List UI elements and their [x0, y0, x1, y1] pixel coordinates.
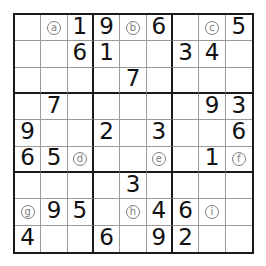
cell-r6c7[interactable]	[173, 147, 199, 173]
given-digit: 6	[73, 41, 88, 64]
cell-r6c1[interactable]: 6	[15, 147, 41, 173]
given-digit: 4	[152, 199, 167, 222]
circled-label-c: c	[205, 21, 219, 35]
cell-r7c3[interactable]	[68, 173, 94, 199]
given-digit: 9	[20, 120, 35, 143]
given-digit: 3	[126, 173, 141, 196]
cell-r3c8[interactable]	[199, 68, 225, 94]
given-digit: 6	[232, 120, 247, 143]
given-digit: 6	[99, 226, 114, 249]
circled-label-d: d	[73, 152, 87, 166]
cell-r6c4[interactable]	[94, 147, 120, 173]
cell-r2c4[interactable]: 1	[94, 41, 120, 67]
given-digit: 1	[205, 146, 220, 169]
cell-r7c2[interactable]	[41, 173, 67, 199]
cell-r5c9[interactable]: 6	[226, 120, 252, 146]
given-digit: 9	[47, 199, 62, 222]
cell-r7c5[interactable]: 3	[120, 173, 146, 199]
cell-r8c9[interactable]	[226, 199, 252, 225]
cell-r1c2[interactable]: a	[41, 15, 67, 41]
cell-r6c3[interactable]: d	[68, 147, 94, 173]
cell-r2c3[interactable]: 6	[68, 41, 94, 67]
cell-r5c4[interactable]: 2	[94, 120, 120, 146]
cell-r7c8[interactable]	[199, 173, 225, 199]
given-digit: 5	[232, 15, 247, 38]
given-digit: 9	[99, 15, 114, 38]
cell-r9c8[interactable]	[199, 226, 225, 252]
circled-label-b: b	[126, 21, 140, 35]
cell-r5c5[interactable]	[120, 120, 146, 146]
given-digit: 3	[232, 94, 247, 117]
cell-r7c6[interactable]	[147, 173, 173, 199]
cell-r3c3[interactable]	[68, 68, 94, 94]
cell-r2c7[interactable]: 3	[173, 41, 199, 67]
cell-r3c2[interactable]	[41, 68, 67, 94]
cell-r9c9[interactable]	[226, 226, 252, 252]
given-digit: 4	[20, 226, 35, 249]
cell-r4c1[interactable]	[15, 94, 41, 120]
cell-r5c7[interactable]	[173, 120, 199, 146]
cell-r2c2[interactable]	[41, 41, 67, 67]
given-digit: 4	[205, 41, 220, 64]
cell-r4c6[interactable]	[147, 94, 173, 120]
cell-r1c5[interactable]: b	[120, 15, 146, 41]
given-digit: 2	[99, 120, 114, 143]
given-digit: 9	[152, 226, 167, 249]
given-digit: 3	[152, 120, 167, 143]
cell-r8c4[interactable]	[94, 199, 120, 225]
cell-r4c7[interactable]	[173, 94, 199, 120]
given-digit: 6	[20, 146, 35, 169]
cell-r5c8[interactable]	[199, 120, 225, 146]
given-digit: 6	[152, 15, 167, 38]
cell-r3c4[interactable]	[94, 68, 120, 94]
given-digit: 6	[178, 199, 193, 222]
given-digit: 2	[178, 226, 193, 249]
cell-r3c6[interactable]	[147, 68, 173, 94]
cell-r7c4[interactable]	[94, 173, 120, 199]
cell-r4c4[interactable]	[94, 94, 120, 120]
cell-r4c8[interactable]: 9	[199, 94, 225, 120]
cell-r2c9[interactable]	[226, 41, 252, 67]
given-digit: 1	[73, 15, 88, 38]
cell-r9c7[interactable]: 2	[173, 226, 199, 252]
sudoku-board: a19b6c561347793923665de1f3g95h46i4692	[13, 13, 254, 254]
cell-r9c2[interactable]	[41, 226, 67, 252]
cell-r1c7[interactable]	[173, 15, 199, 41]
cell-r1c8[interactable]: c	[199, 15, 225, 41]
circled-label-e: e	[152, 152, 166, 166]
given-digit: 7	[47, 94, 62, 117]
cell-r7c7[interactable]	[173, 173, 199, 199]
cell-r6c9[interactable]: f	[226, 147, 252, 173]
cell-r3c7[interactable]	[173, 68, 199, 94]
cell-r9c3[interactable]	[68, 226, 94, 252]
cell-r5c6[interactable]: 3	[147, 120, 173, 146]
cell-r6c5[interactable]	[120, 147, 146, 173]
given-digit: 3	[178, 41, 193, 64]
cell-r8c5[interactable]: h	[120, 199, 146, 225]
given-digit: 5	[47, 146, 62, 169]
circled-label-f: f	[232, 152, 246, 166]
cell-r2c8[interactable]: 4	[199, 41, 225, 67]
cell-r8c8[interactable]: i	[199, 199, 225, 225]
circled-label-h: h	[126, 205, 140, 219]
cell-r3c1[interactable]	[15, 68, 41, 94]
circled-label-a: a	[47, 21, 61, 35]
cell-r9c1[interactable]: 4	[15, 226, 41, 252]
cell-r6c2[interactable]: 5	[41, 147, 67, 173]
cell-r1c6[interactable]: 6	[147, 15, 173, 41]
sudoku-page: a19b6c561347793923665de1f3g95h46i4692	[0, 0, 266, 266]
cell-r4c2[interactable]: 7	[41, 94, 67, 120]
cell-r4c3[interactable]	[68, 94, 94, 120]
cell-r4c5[interactable]	[120, 94, 146, 120]
cell-r3c5[interactable]: 7	[120, 68, 146, 94]
cell-r8c3[interactable]: 5	[68, 199, 94, 225]
cell-r8c1[interactable]: g	[15, 199, 41, 225]
cell-r1c9[interactable]: 5	[226, 15, 252, 41]
cell-r9c6[interactable]: 9	[147, 226, 173, 252]
cell-r6c8[interactable]: 1	[199, 147, 225, 173]
cell-r9c5[interactable]	[120, 226, 146, 252]
cell-r4c9[interactable]: 3	[226, 94, 252, 120]
cell-r1c3[interactable]: 1	[68, 15, 94, 41]
cell-r1c4[interactable]: 9	[94, 15, 120, 41]
cell-r8c2[interactable]: 9	[41, 199, 67, 225]
cell-r2c1[interactable]	[15, 41, 41, 67]
given-digit: 7	[126, 67, 141, 90]
cell-r9c4[interactable]: 6	[94, 226, 120, 252]
cell-r8c7[interactable]: 6	[173, 199, 199, 225]
cell-r3c9[interactable]	[226, 68, 252, 94]
cell-r2c6[interactable]	[147, 41, 173, 67]
given-digit: 5	[73, 199, 88, 222]
given-digit: 1	[99, 41, 114, 64]
circled-label-g: g	[21, 205, 35, 219]
cell-r1c1[interactable]	[15, 15, 41, 41]
cell-r5c2[interactable]	[41, 120, 67, 146]
cell-r5c1[interactable]: 9	[15, 120, 41, 146]
given-digit: 9	[205, 94, 220, 117]
cell-r8c6[interactable]: 4	[147, 199, 173, 225]
cell-r7c9[interactable]	[226, 173, 252, 199]
cell-r5c3[interactable]	[68, 120, 94, 146]
cell-r7c1[interactable]	[15, 173, 41, 199]
cell-r6c6[interactable]: e	[147, 147, 173, 173]
cell-r2c5[interactable]	[120, 41, 146, 67]
circled-label-i: i	[205, 205, 219, 219]
